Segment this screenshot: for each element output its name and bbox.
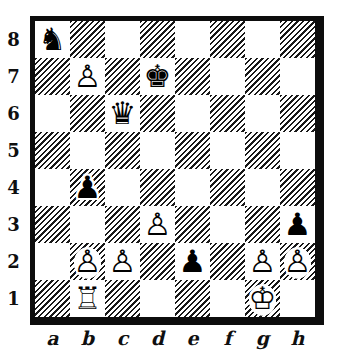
rank-label-2: 2 xyxy=(0,243,27,280)
square-d3: ♙ xyxy=(140,206,175,243)
square-f1 xyxy=(210,280,245,317)
square-d1 xyxy=(140,280,175,317)
square-d4 xyxy=(140,169,175,206)
square-a5 xyxy=(35,132,70,169)
square-c1 xyxy=(105,280,140,317)
file-label-c: c xyxy=(105,327,140,349)
square-a2 xyxy=(35,243,70,280)
square-f7 xyxy=(210,58,245,95)
square-g6 xyxy=(245,95,280,132)
square-c8 xyxy=(105,21,140,58)
square-h5 xyxy=(280,132,315,169)
black-pawn-h3: ♟ xyxy=(280,206,315,243)
rank-label-3: 3 xyxy=(0,206,27,243)
square-f6 xyxy=(210,95,245,132)
square-a6 xyxy=(35,95,70,132)
square-b4: ♟ xyxy=(70,169,105,206)
file-label-f: f xyxy=(210,327,245,349)
square-b5 xyxy=(70,132,105,169)
square-g3 xyxy=(245,206,280,243)
square-a3 xyxy=(35,206,70,243)
square-d8 xyxy=(140,21,175,58)
square-b6 xyxy=(70,95,105,132)
square-b2: ♙ xyxy=(70,243,105,280)
square-e4 xyxy=(175,169,210,206)
rank-label-1: 1 xyxy=(0,280,27,317)
square-d2 xyxy=(140,243,175,280)
black-king-d7: ♚ xyxy=(140,58,175,95)
white-rook-b1: ♖ xyxy=(70,280,105,317)
rank-label-5: 5 xyxy=(0,132,27,169)
white-pawn-d3: ♙ xyxy=(140,206,175,243)
white-king-g1: ♔ xyxy=(245,280,280,317)
square-h6 xyxy=(280,95,315,132)
square-b1: ♖ xyxy=(70,280,105,317)
black-pawn-e2: ♟ xyxy=(175,243,210,280)
rank-labels: 87654321 xyxy=(0,21,27,317)
rank-label-4: 4 xyxy=(0,169,27,206)
square-a8: ♞ xyxy=(35,21,70,58)
square-h3: ♟ xyxy=(280,206,315,243)
square-e1 xyxy=(175,280,210,317)
file-label-g: g xyxy=(245,327,280,349)
square-c2: ♙ xyxy=(105,243,140,280)
square-f3 xyxy=(210,206,245,243)
square-a4 xyxy=(35,169,70,206)
square-g8 xyxy=(245,21,280,58)
black-queen-c6: ♛ xyxy=(105,95,140,132)
rank-label-8: 8 xyxy=(0,21,27,58)
white-pawn-b7: ♙ xyxy=(70,58,105,95)
file-label-d: d xyxy=(140,327,175,349)
square-e3 xyxy=(175,206,210,243)
black-pawn-b4: ♟ xyxy=(70,169,105,206)
square-g5 xyxy=(245,132,280,169)
square-e6 xyxy=(175,95,210,132)
square-e8 xyxy=(175,21,210,58)
file-label-h: h xyxy=(280,327,315,349)
square-c5 xyxy=(105,132,140,169)
square-h1 xyxy=(280,280,315,317)
square-c4 xyxy=(105,169,140,206)
file-label-e: e xyxy=(175,327,210,349)
white-pawn-h2: ♙ xyxy=(280,243,315,280)
chess-diagram: 87654321 ♞♙♚♛♟♙♟♙♙♟♙♙♖♔ abcdefgh xyxy=(0,0,344,352)
square-f4 xyxy=(210,169,245,206)
square-c3 xyxy=(105,206,140,243)
rank-label-6: 6 xyxy=(0,95,27,132)
square-f8 xyxy=(210,21,245,58)
square-d7: ♚ xyxy=(140,58,175,95)
square-b7: ♙ xyxy=(70,58,105,95)
square-d5 xyxy=(140,132,175,169)
square-g1: ♔ xyxy=(245,280,280,317)
square-c7 xyxy=(105,58,140,95)
square-h4 xyxy=(280,169,315,206)
square-h7 xyxy=(280,58,315,95)
square-g2: ♙ xyxy=(245,243,280,280)
square-b3 xyxy=(70,206,105,243)
square-h2: ♙ xyxy=(280,243,315,280)
square-c6: ♛ xyxy=(105,95,140,132)
square-a7 xyxy=(35,58,70,95)
square-f2 xyxy=(210,243,245,280)
black-knight-a8: ♞ xyxy=(35,21,70,58)
white-pawn-b2: ♙ xyxy=(70,243,105,280)
file-label-a: a xyxy=(35,327,70,349)
square-d6 xyxy=(140,95,175,132)
rank-label-7: 7 xyxy=(0,58,27,95)
square-b8 xyxy=(70,21,105,58)
file-label-b: b xyxy=(70,327,105,349)
square-a1 xyxy=(35,280,70,317)
file-labels: abcdefgh xyxy=(35,327,315,349)
square-g7 xyxy=(245,58,280,95)
square-e2: ♟ xyxy=(175,243,210,280)
square-f5 xyxy=(210,132,245,169)
white-pawn-c2: ♙ xyxy=(105,243,140,280)
square-e7 xyxy=(175,58,210,95)
square-h8 xyxy=(280,21,315,58)
square-e5 xyxy=(175,132,210,169)
chess-board: ♞♙♚♛♟♙♟♙♙♟♙♙♖♔ xyxy=(30,16,324,325)
square-g4 xyxy=(245,169,280,206)
white-pawn-g2: ♙ xyxy=(245,243,280,280)
